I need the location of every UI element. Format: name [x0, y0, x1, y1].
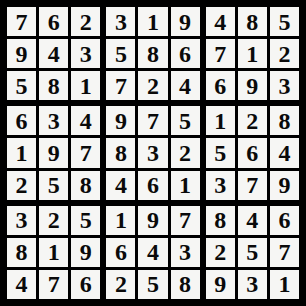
cell-r1c7[interactable]: 4	[206, 7, 235, 36]
cell-r1c9[interactable]: 5	[270, 7, 299, 36]
cell-r7c3[interactable]: 5	[71, 206, 100, 235]
cell-r5c6[interactable]: 2	[171, 138, 200, 167]
cell-r6c7[interactable]: 3	[206, 171, 235, 200]
cell-r4c1[interactable]: 6	[7, 106, 36, 135]
cell-r5c1[interactable]: 1	[7, 138, 36, 167]
cell-r2c9[interactable]: 2	[270, 39, 299, 68]
cell-r3c5[interactable]: 2	[138, 71, 167, 100]
cell-r9c8[interactable]: 3	[238, 270, 267, 299]
cell-r8c9[interactable]: 7	[270, 238, 299, 267]
cell-r7c4[interactable]: 1	[106, 206, 135, 235]
cell-r4c2[interactable]: 3	[39, 106, 68, 135]
cell-r2c8[interactable]: 1	[238, 39, 267, 68]
cell-r8c1[interactable]: 8	[7, 238, 36, 267]
cell-r9c9[interactable]: 1	[270, 270, 299, 299]
sudoku-grid: 7623194859435867125817246936349751281978…	[7, 7, 299, 299]
cell-r7c8[interactable]: 4	[238, 206, 267, 235]
cell-r1c8[interactable]: 8	[238, 7, 267, 36]
cell-r8c3[interactable]: 9	[71, 238, 100, 267]
cell-r3c9[interactable]: 3	[270, 71, 299, 100]
cell-r5c3[interactable]: 7	[71, 138, 100, 167]
cell-r8c7[interactable]: 2	[206, 238, 235, 267]
cell-r7c5[interactable]: 9	[138, 206, 167, 235]
cell-r8c4[interactable]: 6	[106, 238, 135, 267]
sudoku-board: 7623194859435867125817246936349751281978…	[0, 0, 306, 306]
cell-r2c3[interactable]: 3	[71, 39, 100, 68]
cell-r7c2[interactable]: 2	[39, 206, 68, 235]
cell-r3c7[interactable]: 6	[206, 71, 235, 100]
cell-r5c7[interactable]: 5	[206, 138, 235, 167]
cell-r6c5[interactable]: 6	[138, 171, 167, 200]
cell-r7c6[interactable]: 7	[171, 206, 200, 235]
cell-r8c5[interactable]: 4	[138, 238, 167, 267]
cell-r2c2[interactable]: 4	[39, 39, 68, 68]
cell-r9c7[interactable]: 9	[206, 270, 235, 299]
cell-r4c8[interactable]: 2	[238, 106, 267, 135]
cell-r3c1[interactable]: 5	[7, 71, 36, 100]
cell-r8c2[interactable]: 1	[39, 238, 68, 267]
cell-r6c3[interactable]: 8	[71, 171, 100, 200]
cell-r4c6[interactable]: 5	[171, 106, 200, 135]
cell-r1c1[interactable]: 7	[7, 7, 36, 36]
cell-r3c6[interactable]: 4	[171, 71, 200, 100]
cell-r6c8[interactable]: 7	[238, 171, 267, 200]
cell-r1c2[interactable]: 6	[39, 7, 68, 36]
cell-r1c5[interactable]: 1	[138, 7, 167, 36]
cell-r8c8[interactable]: 5	[238, 238, 267, 267]
cell-r3c3[interactable]: 1	[71, 71, 100, 100]
cell-r2c1[interactable]: 9	[7, 39, 36, 68]
cell-r4c9[interactable]: 8	[270, 106, 299, 135]
cell-r6c9[interactable]: 9	[270, 171, 299, 200]
cell-r5c4[interactable]: 8	[106, 138, 135, 167]
cell-r3c8[interactable]: 9	[238, 71, 267, 100]
cell-r6c2[interactable]: 5	[39, 171, 68, 200]
cell-r7c1[interactable]: 3	[7, 206, 36, 235]
cell-r3c4[interactable]: 7	[106, 71, 135, 100]
cell-r6c6[interactable]: 1	[171, 171, 200, 200]
cell-r4c4[interactable]: 9	[106, 106, 135, 135]
cell-r2c5[interactable]: 8	[138, 39, 167, 68]
cell-r7c7[interactable]: 8	[206, 206, 235, 235]
cell-r1c6[interactable]: 9	[171, 7, 200, 36]
cell-r6c4[interactable]: 4	[106, 171, 135, 200]
cell-r4c5[interactable]: 7	[138, 106, 167, 135]
cell-r2c6[interactable]: 6	[171, 39, 200, 68]
cell-r5c2[interactable]: 9	[39, 138, 68, 167]
cell-r8c6[interactable]: 3	[171, 238, 200, 267]
cell-r5c9[interactable]: 4	[270, 138, 299, 167]
cell-r4c3[interactable]: 4	[71, 106, 100, 135]
cell-r2c4[interactable]: 5	[106, 39, 135, 68]
cell-r6c1[interactable]: 2	[7, 171, 36, 200]
cell-r4c7[interactable]: 1	[206, 106, 235, 135]
cell-r7c9[interactable]: 6	[270, 206, 299, 235]
cell-r9c4[interactable]: 2	[106, 270, 135, 299]
cell-r2c7[interactable]: 7	[206, 39, 235, 68]
cell-r9c5[interactable]: 5	[138, 270, 167, 299]
cell-r5c5[interactable]: 3	[138, 138, 167, 167]
cell-r5c8[interactable]: 6	[238, 138, 267, 167]
cell-r1c4[interactable]: 3	[106, 7, 135, 36]
cell-r9c1[interactable]: 4	[7, 270, 36, 299]
cell-r9c6[interactable]: 8	[171, 270, 200, 299]
cell-r9c2[interactable]: 7	[39, 270, 68, 299]
cell-r3c2[interactable]: 8	[39, 71, 68, 100]
cell-r1c3[interactable]: 2	[71, 7, 100, 36]
cell-r9c3[interactable]: 6	[71, 270, 100, 299]
